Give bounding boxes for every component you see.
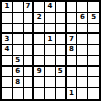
- cell-r2c2[interactable]: [13, 13, 24, 24]
- cell-r6c7[interactable]: [67, 56, 78, 67]
- cell-r7c6[interactable]: 5: [56, 67, 67, 78]
- cell-r1c5[interactable]: 4: [45, 2, 56, 13]
- cell-r9c6[interactable]: [56, 88, 67, 99]
- cell-r5c9[interactable]: [88, 45, 99, 56]
- cell-r3c3[interactable]: [24, 24, 35, 35]
- given-digit: 2: [37, 14, 42, 21]
- cell-r9c2[interactable]: [13, 88, 24, 99]
- cell-r3c7[interactable]: [67, 24, 78, 35]
- given-digit: 6: [80, 14, 85, 21]
- cell-r8c6[interactable]: [56, 77, 67, 88]
- cell-r6c5[interactable]: [45, 56, 56, 67]
- given-digit: 3: [4, 36, 9, 43]
- cell-r2c8[interactable]: 6: [77, 13, 88, 24]
- cell-r9c5[interactable]: [45, 88, 56, 99]
- given-digit: 5: [15, 57, 20, 64]
- given-digit: 8: [15, 79, 20, 86]
- cell-r7c4[interactable]: 9: [34, 67, 45, 78]
- given-digit: 4: [48, 3, 53, 10]
- cell-r1c6[interactable]: [56, 2, 67, 13]
- cell-r6c2[interactable]: 5: [13, 56, 24, 67]
- given-digit: 7: [26, 3, 31, 10]
- cell-r8c2[interactable]: 8: [13, 77, 24, 88]
- cell-r9c1[interactable]: [2, 88, 13, 99]
- cell-r2c6[interactable]: [56, 13, 67, 24]
- cell-r3c9[interactable]: [88, 24, 99, 35]
- cell-r4c5[interactable]: 1: [45, 34, 56, 45]
- cell-r6c4[interactable]: [34, 56, 45, 67]
- cell-r1c4[interactable]: [34, 2, 45, 13]
- cell-r4c9[interactable]: [88, 34, 99, 45]
- cell-r1c9[interactable]: [88, 2, 99, 13]
- given-digit: 4: [4, 46, 9, 53]
- cell-r9c3[interactable]: [24, 88, 35, 99]
- cell-r8c7[interactable]: [67, 77, 78, 88]
- cell-r9c7[interactable]: 1: [67, 88, 78, 99]
- cell-r3c2[interactable]: [13, 24, 24, 35]
- cell-r7c3[interactable]: [24, 67, 35, 78]
- cell-r6c3[interactable]: [24, 56, 35, 67]
- sudoku-screenshot: 17426531748569581: [0, 0, 101, 101]
- cell-r7c5[interactable]: [45, 67, 56, 78]
- cell-r5c2[interactable]: [13, 45, 24, 56]
- given-digit: 8: [69, 46, 74, 53]
- cell-r7c7[interactable]: [67, 67, 78, 78]
- cell-r4c1[interactable]: 3: [2, 34, 13, 45]
- cell-r2c7[interactable]: [67, 13, 78, 24]
- cell-r1c3[interactable]: 7: [24, 2, 35, 13]
- cell-r4c4[interactable]: [34, 34, 45, 45]
- cell-r9c9[interactable]: [88, 88, 99, 99]
- cell-r3c1[interactable]: [2, 24, 13, 35]
- cell-r5c3[interactable]: [24, 45, 35, 56]
- given-digit: 1: [48, 36, 53, 43]
- cell-r1c7[interactable]: [67, 2, 78, 13]
- cell-r3c8[interactable]: [77, 24, 88, 35]
- cell-r4c7[interactable]: 7: [67, 34, 78, 45]
- cell-r5c5[interactable]: [45, 45, 56, 56]
- cell-r7c9[interactable]: [88, 67, 99, 78]
- cell-r8c9[interactable]: [88, 77, 99, 88]
- cell-r7c1[interactable]: [2, 67, 13, 78]
- given-digit: 7: [69, 36, 74, 43]
- cell-r9c8[interactable]: [77, 88, 88, 99]
- sudoku-board: 17426531748569581: [0, 0, 101, 101]
- cell-r3c6[interactable]: [56, 24, 67, 35]
- cell-r3c5[interactable]: [45, 24, 56, 35]
- given-digit: 6: [15, 68, 20, 75]
- cell-r6c1[interactable]: [2, 56, 13, 67]
- cell-r2c4[interactable]: 2: [34, 13, 45, 24]
- cell-r5c6[interactable]: [56, 45, 67, 56]
- given-digit: 1: [4, 3, 9, 10]
- given-digit: 9: [37, 68, 42, 75]
- cell-r4c6[interactable]: [56, 34, 67, 45]
- cell-r8c5[interactable]: [45, 77, 56, 88]
- given-digit: 5: [91, 14, 96, 21]
- cell-r8c4[interactable]: [34, 77, 45, 88]
- cell-r5c7[interactable]: 8: [67, 45, 78, 56]
- cell-r7c8[interactable]: [77, 67, 88, 78]
- cell-r6c6[interactable]: [56, 56, 67, 67]
- cell-r8c1[interactable]: [2, 77, 13, 88]
- cell-r6c8[interactable]: [77, 56, 88, 67]
- cell-r1c2[interactable]: [13, 2, 24, 13]
- cell-r1c1[interactable]: 1: [2, 2, 13, 13]
- cell-r4c3[interactable]: [24, 34, 35, 45]
- cell-r2c1[interactable]: [2, 13, 13, 24]
- cell-r5c4[interactable]: [34, 45, 45, 56]
- cell-r5c8[interactable]: [77, 45, 88, 56]
- given-digit: 5: [58, 68, 63, 75]
- cell-r7c2[interactable]: 6: [13, 67, 24, 78]
- cell-r6c9[interactable]: [88, 56, 99, 67]
- cell-r4c2[interactable]: [13, 34, 24, 45]
- cell-r3c4[interactable]: [34, 24, 45, 35]
- cell-r4c8[interactable]: [77, 34, 88, 45]
- cell-r9c4[interactable]: [34, 88, 45, 99]
- cell-r1c8[interactable]: [77, 2, 88, 13]
- cell-r2c3[interactable]: [24, 13, 35, 24]
- cell-r8c3[interactable]: [24, 77, 35, 88]
- cell-r5c1[interactable]: 4: [2, 45, 13, 56]
- cell-r2c5[interactable]: [45, 13, 56, 24]
- cell-r2c9[interactable]: 5: [88, 13, 99, 24]
- given-digit: 1: [69, 90, 74, 97]
- cell-r8c8[interactable]: [77, 77, 88, 88]
